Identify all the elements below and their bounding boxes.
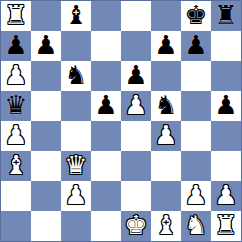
square-d4[interactable] xyxy=(91,121,121,151)
black-pawn[interactable]: ♟ xyxy=(34,32,57,58)
square-d2[interactable] xyxy=(91,181,121,211)
white-pawn[interactable]: ♟ xyxy=(4,122,27,148)
square-h3[interactable] xyxy=(211,151,241,181)
square-h7[interactable] xyxy=(211,31,241,61)
square-a5[interactable]: ♛ xyxy=(1,91,31,121)
square-c5[interactable] xyxy=(61,91,91,121)
square-h8[interactable]: ♜ xyxy=(211,1,241,31)
square-e2[interactable] xyxy=(121,181,151,211)
square-f2[interactable] xyxy=(151,181,181,211)
square-b2[interactable] xyxy=(31,181,61,211)
square-e5[interactable]: ♟ xyxy=(121,91,151,121)
square-g7[interactable]: ♟ xyxy=(181,31,211,61)
black-pawn[interactable]: ♟ xyxy=(4,32,27,58)
square-e3[interactable] xyxy=(121,151,151,181)
white-pawn[interactable]: ♟ xyxy=(64,182,87,208)
square-f4[interactable]: ♟ xyxy=(151,121,181,151)
square-f6[interactable] xyxy=(151,61,181,91)
black-knight[interactable]: ♞ xyxy=(64,62,87,88)
white-bishop[interactable]: ♝ xyxy=(154,212,177,238)
black-pawn[interactable]: ♟ xyxy=(184,32,207,58)
black-pawn[interactable]: ♟ xyxy=(94,92,117,118)
square-e4[interactable] xyxy=(121,121,151,151)
black-bishop[interactable]: ♝ xyxy=(64,2,87,28)
square-h2[interactable]: ♟ xyxy=(211,181,241,211)
square-g2[interactable]: ♟ xyxy=(181,181,211,211)
square-h5[interactable]: ♟ xyxy=(211,91,241,121)
square-e7[interactable] xyxy=(121,31,151,61)
square-f1[interactable]: ♝ xyxy=(151,211,181,241)
black-knight[interactable]: ♞ xyxy=(154,92,177,118)
square-c1[interactable] xyxy=(61,211,91,241)
chess-board: ♜♝♚♜♟♟♟♟♟♞♟♛♟♟♞♟♟♟♝♛♟♟♟♚♝♞♜ xyxy=(0,0,242,242)
square-f8[interactable] xyxy=(151,1,181,31)
white-rook[interactable]: ♜ xyxy=(214,212,237,238)
square-b3[interactable] xyxy=(31,151,61,181)
black-pawn[interactable]: ♟ xyxy=(214,92,237,118)
white-knight[interactable]: ♞ xyxy=(184,212,207,238)
square-f7[interactable]: ♟ xyxy=(151,31,181,61)
square-b4[interactable] xyxy=(31,121,61,151)
square-d8[interactable] xyxy=(91,1,121,31)
square-h6[interactable] xyxy=(211,61,241,91)
black-king[interactable]: ♚ xyxy=(184,2,207,28)
square-c6[interactable]: ♞ xyxy=(61,61,91,91)
square-g1[interactable]: ♞ xyxy=(181,211,211,241)
white-pawn[interactable]: ♟ xyxy=(154,122,177,148)
square-d5[interactable]: ♟ xyxy=(91,91,121,121)
square-f3[interactable] xyxy=(151,151,181,181)
square-a1[interactable] xyxy=(1,211,31,241)
square-a2[interactable] xyxy=(1,181,31,211)
square-b8[interactable] xyxy=(31,1,61,31)
square-f5[interactable]: ♞ xyxy=(151,91,181,121)
square-b6[interactable] xyxy=(31,61,61,91)
square-a8[interactable]: ♜ xyxy=(1,1,31,31)
black-pawn[interactable]: ♟ xyxy=(124,62,147,88)
square-e6[interactable]: ♟ xyxy=(121,61,151,91)
white-rook[interactable]: ♜ xyxy=(4,2,27,28)
square-c4[interactable] xyxy=(61,121,91,151)
square-b7[interactable]: ♟ xyxy=(31,31,61,61)
black-queen[interactable]: ♛ xyxy=(4,92,27,118)
square-b1[interactable] xyxy=(31,211,61,241)
square-a7[interactable]: ♟ xyxy=(1,31,31,61)
square-c7[interactable] xyxy=(61,31,91,61)
square-b5[interactable] xyxy=(31,91,61,121)
black-pawn[interactable]: ♟ xyxy=(154,32,177,58)
square-d1[interactable] xyxy=(91,211,121,241)
square-h1[interactable]: ♜ xyxy=(211,211,241,241)
square-e8[interactable] xyxy=(121,1,151,31)
square-a4[interactable]: ♟ xyxy=(1,121,31,151)
square-g5[interactable] xyxy=(181,91,211,121)
white-pawn[interactable]: ♟ xyxy=(4,62,27,88)
square-c3[interactable]: ♛ xyxy=(61,151,91,181)
square-g8[interactable]: ♚ xyxy=(181,1,211,31)
white-pawn[interactable]: ♟ xyxy=(214,182,237,208)
square-e1[interactable]: ♚ xyxy=(121,211,151,241)
white-pawn[interactable]: ♟ xyxy=(184,182,207,208)
black-rook[interactable]: ♜ xyxy=(214,2,237,28)
square-c2[interactable]: ♟ xyxy=(61,181,91,211)
square-d7[interactable] xyxy=(91,31,121,61)
square-g3[interactable] xyxy=(181,151,211,181)
square-h4[interactable] xyxy=(211,121,241,151)
white-king[interactable]: ♚ xyxy=(124,212,147,238)
square-d6[interactable] xyxy=(91,61,121,91)
white-queen[interactable]: ♛ xyxy=(64,152,87,178)
square-d3[interactable] xyxy=(91,151,121,181)
white-pawn[interactable]: ♟ xyxy=(124,92,147,118)
square-a6[interactable]: ♟ xyxy=(1,61,31,91)
square-c8[interactable]: ♝ xyxy=(61,1,91,31)
square-g6[interactable] xyxy=(181,61,211,91)
square-a3[interactable]: ♝ xyxy=(1,151,31,181)
white-bishop[interactable]: ♝ xyxy=(4,152,27,178)
square-g4[interactable] xyxy=(181,121,211,151)
